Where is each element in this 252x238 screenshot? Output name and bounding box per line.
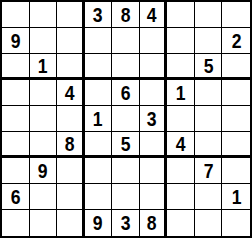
given-digit: 2 bbox=[231, 31, 241, 51]
cell-r2c8[interactable] bbox=[195, 28, 223, 54]
given-digit: 4 bbox=[176, 134, 186, 154]
cell-r1c9[interactable] bbox=[222, 2, 250, 28]
cell-r1c1[interactable] bbox=[2, 2, 30, 28]
cell-r5c8[interactable] bbox=[195, 106, 223, 132]
given-digit: 6 bbox=[121, 83, 131, 103]
cell-r6c2[interactable] bbox=[30, 132, 58, 158]
cell-r5c4: 1 bbox=[85, 106, 113, 132]
cell-r6c8[interactable] bbox=[195, 132, 223, 158]
cell-r2c9: 2 bbox=[222, 28, 250, 54]
cell-r7c6[interactable] bbox=[140, 158, 168, 184]
given-digit: 1 bbox=[176, 83, 186, 103]
cell-r7c9[interactable] bbox=[222, 158, 250, 184]
cell-r1c8[interactable] bbox=[195, 2, 223, 28]
cell-r6c6[interactable] bbox=[140, 132, 168, 158]
cell-r4c8[interactable] bbox=[195, 80, 223, 106]
cell-r9c2[interactable] bbox=[30, 210, 58, 236]
cell-r3c8: 5 bbox=[195, 54, 223, 80]
cell-r4c5: 6 bbox=[112, 80, 140, 106]
given-digit: 7 bbox=[203, 161, 213, 181]
cell-r6c4[interactable] bbox=[85, 132, 113, 158]
given-digit: 6 bbox=[10, 187, 20, 207]
cell-r5c9[interactable] bbox=[222, 106, 250, 132]
cell-r2c4[interactable] bbox=[85, 28, 113, 54]
cell-r8c7[interactable] bbox=[167, 184, 195, 210]
given-digit: 4 bbox=[147, 5, 157, 25]
cell-r8c9: 1 bbox=[222, 184, 250, 210]
cell-r3c6[interactable] bbox=[140, 54, 168, 80]
cell-r3c1[interactable] bbox=[2, 54, 30, 80]
given-digit: 8 bbox=[147, 213, 157, 233]
cell-r5c5[interactable] bbox=[112, 106, 140, 132]
cell-r8c3[interactable] bbox=[57, 184, 85, 210]
cell-r8c5[interactable] bbox=[112, 184, 140, 210]
cell-r9c5: 3 bbox=[112, 210, 140, 236]
given-digit: 5 bbox=[121, 134, 131, 154]
given-digit: 9 bbox=[93, 213, 103, 233]
given-digit: 1 bbox=[231, 187, 241, 207]
cell-r3c4[interactable] bbox=[85, 54, 113, 80]
cell-r2c1: 9 bbox=[2, 28, 30, 54]
cell-r4c3: 4 bbox=[57, 80, 85, 106]
cell-r9c6: 8 bbox=[140, 210, 168, 236]
cell-r4c7: 1 bbox=[167, 80, 195, 106]
given-digit: 5 bbox=[203, 56, 213, 76]
cell-r3c7[interactable] bbox=[167, 54, 195, 80]
cell-r7c5[interactable] bbox=[112, 158, 140, 184]
given-digit: 8 bbox=[121, 5, 131, 25]
given-digit: 3 bbox=[121, 213, 131, 233]
cell-r1c3[interactable] bbox=[57, 2, 85, 28]
cell-r9c4: 9 bbox=[85, 210, 113, 236]
cell-r7c8: 7 bbox=[195, 158, 223, 184]
cell-r8c6[interactable] bbox=[140, 184, 168, 210]
cell-r9c8[interactable] bbox=[195, 210, 223, 236]
cell-r1c6: 4 bbox=[140, 2, 168, 28]
cell-r6c9[interactable] bbox=[222, 132, 250, 158]
cell-r6c1[interactable] bbox=[2, 132, 30, 158]
cell-r9c7[interactable] bbox=[167, 210, 195, 236]
cell-r5c3[interactable] bbox=[57, 106, 85, 132]
given-digit: 3 bbox=[93, 5, 103, 25]
cell-r4c2[interactable] bbox=[30, 80, 58, 106]
cell-r2c7[interactable] bbox=[167, 28, 195, 54]
cell-r7c7[interactable] bbox=[167, 158, 195, 184]
cell-r8c4[interactable] bbox=[85, 184, 113, 210]
cell-r4c9[interactable] bbox=[222, 80, 250, 106]
given-digit: 1 bbox=[93, 109, 103, 129]
cell-r5c7[interactable] bbox=[167, 106, 195, 132]
cell-r3c5[interactable] bbox=[112, 54, 140, 80]
cell-r6c3: 8 bbox=[57, 132, 85, 158]
cell-r1c2[interactable] bbox=[30, 2, 58, 28]
cell-r7c4[interactable] bbox=[85, 158, 113, 184]
cell-r3c9[interactable] bbox=[222, 54, 250, 80]
given-digit: 1 bbox=[38, 56, 48, 76]
given-digit: 4 bbox=[64, 83, 74, 103]
cell-r8c8[interactable] bbox=[195, 184, 223, 210]
cell-r8c1: 6 bbox=[2, 184, 30, 210]
cell-r5c1[interactable] bbox=[2, 106, 30, 132]
sudoku-board: 3849215461138549761938 bbox=[0, 0, 252, 238]
cell-r2c6[interactable] bbox=[140, 28, 168, 54]
cell-r2c3[interactable] bbox=[57, 28, 85, 54]
cell-r4c4[interactable] bbox=[85, 80, 113, 106]
cell-r1c4: 3 bbox=[85, 2, 113, 28]
cell-r6c7: 4 bbox=[167, 132, 195, 158]
cell-r6c5: 5 bbox=[112, 132, 140, 158]
cell-r2c2[interactable] bbox=[30, 28, 58, 54]
cell-r7c3[interactable] bbox=[57, 158, 85, 184]
cell-r9c1[interactable] bbox=[2, 210, 30, 236]
given-digit: 9 bbox=[38, 161, 48, 181]
cell-r2c5[interactable] bbox=[112, 28, 140, 54]
cell-r3c2: 1 bbox=[30, 54, 58, 80]
cell-r9c3[interactable] bbox=[57, 210, 85, 236]
cell-r9c9[interactable] bbox=[222, 210, 250, 236]
given-digit: 9 bbox=[10, 31, 20, 51]
cell-r5c6: 3 bbox=[140, 106, 168, 132]
cell-r5c2[interactable] bbox=[30, 106, 58, 132]
cell-r4c6[interactable] bbox=[140, 80, 168, 106]
cell-r7c2: 9 bbox=[30, 158, 58, 184]
given-digit: 8 bbox=[64, 134, 74, 154]
cell-r1c7[interactable] bbox=[167, 2, 195, 28]
cell-r3c3[interactable] bbox=[57, 54, 85, 80]
given-digit: 3 bbox=[147, 109, 157, 129]
cell-r1c5: 8 bbox=[112, 2, 140, 28]
cell-r7c1[interactable] bbox=[2, 158, 30, 184]
cell-r4c1[interactable] bbox=[2, 80, 30, 106]
cell-r8c2[interactable] bbox=[30, 184, 58, 210]
